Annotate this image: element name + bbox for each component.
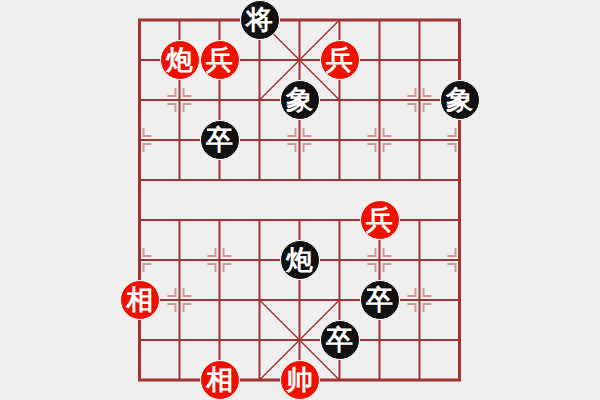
piece-black-general[interactable]: 将 [240, 0, 280, 40]
piece-black-soldier[interactable]: 卒 [200, 120, 240, 160]
xiangqi-board[interactable]: 将炮兵兵象象卒兵炮相卒卒相帅 [0, 0, 600, 400]
pieces-layer: 将炮兵兵象象卒兵炮相卒卒相帅 [0, 0, 600, 400]
piece-red-elephant[interactable]: 相 [120, 280, 160, 320]
piece-black-soldier[interactable]: 卒 [320, 320, 360, 360]
piece-red-soldier[interactable]: 兵 [320, 40, 360, 80]
piece-red-soldier[interactable]: 兵 [360, 200, 400, 240]
piece-black-soldier[interactable]: 卒 [360, 280, 400, 320]
piece-black-cannon[interactable]: 炮 [280, 240, 320, 280]
piece-black-elephant[interactable]: 象 [440, 80, 480, 120]
piece-black-elephant[interactable]: 象 [280, 80, 320, 120]
piece-red-elephant[interactable]: 相 [200, 360, 240, 400]
piece-red-soldier[interactable]: 兵 [200, 40, 240, 80]
piece-red-general[interactable]: 帅 [280, 360, 320, 400]
piece-red-cannon[interactable]: 炮 [160, 40, 200, 80]
